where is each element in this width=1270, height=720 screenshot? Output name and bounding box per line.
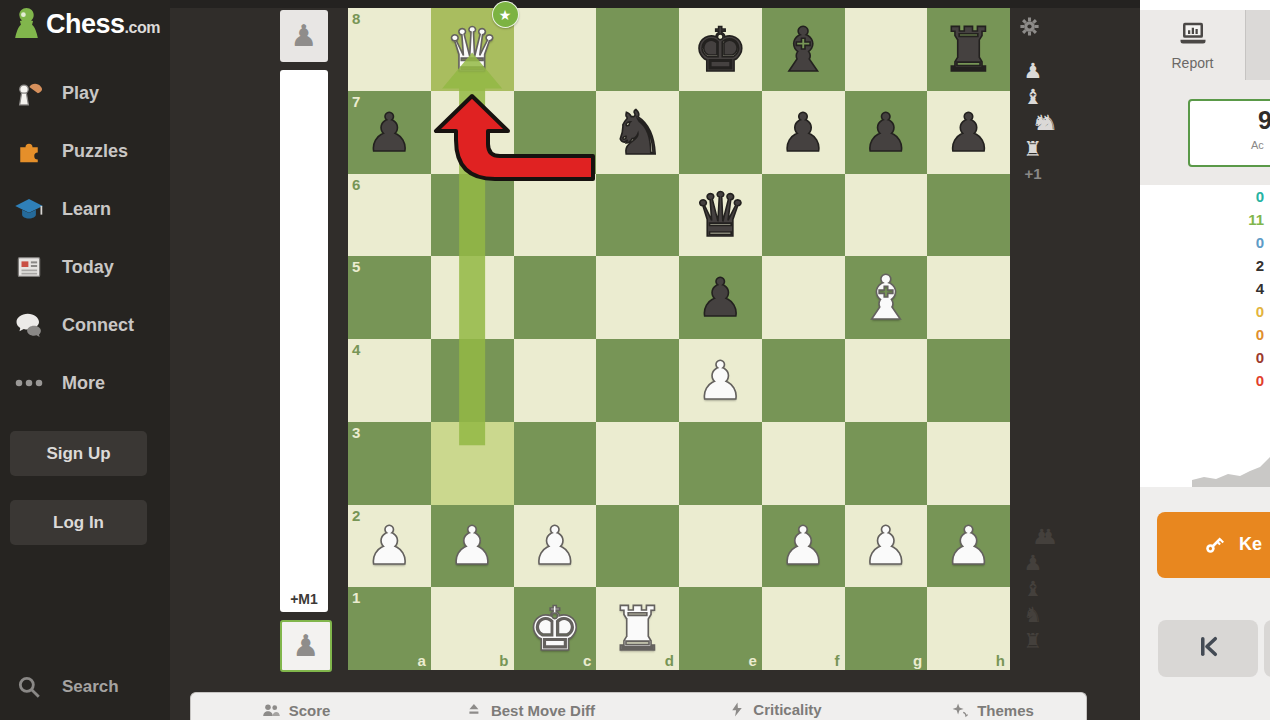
captured-pawn-icon: ♟ xyxy=(1012,58,1054,84)
white-pawn-b2: ♟ xyxy=(448,519,496,572)
black-queen-e6: ♛ xyxy=(693,184,748,245)
square-a7[interactable]: 7♟ xyxy=(348,91,431,174)
evaluation-bar: +M1 xyxy=(280,70,328,612)
sidebar: Chess.com PlayPuzzlesLearnTodayConnectMo… xyxy=(0,0,170,720)
sidebar-item-label: Connect xyxy=(62,315,134,336)
square-a4[interactable]: 4 xyxy=(348,339,431,422)
black-pawn-f7: ♟ xyxy=(779,106,827,159)
square-f4[interactable] xyxy=(762,339,845,422)
square-f3[interactable] xyxy=(762,422,845,505)
key-icon xyxy=(1203,533,1226,560)
square-f2[interactable]: ♟ xyxy=(762,505,845,588)
captured-knight-icon: ♞ xyxy=(1012,602,1054,628)
white-bishop-g5: ♝ xyxy=(859,267,914,328)
black-pawn-a7: ♟ xyxy=(366,106,414,159)
logo-text: Chess.com xyxy=(46,9,160,40)
play-icon xyxy=(13,77,45,109)
black-pawn-e5: ♟ xyxy=(697,271,745,324)
square-e8[interactable]: ♚ xyxy=(679,8,762,91)
file-label: h xyxy=(996,652,1005,669)
white-pawn-h2: ♟ xyxy=(945,519,993,572)
criticality-icon xyxy=(728,701,745,718)
square-c5[interactable] xyxy=(514,256,597,339)
black-pawn-h7: ♟ xyxy=(945,106,993,159)
top-player-box[interactable]: ♟ xyxy=(280,10,328,62)
square-e7[interactable] xyxy=(679,91,762,174)
tab-report[interactable]: Report xyxy=(1140,10,1245,80)
square-c1[interactable]: c♚ xyxy=(514,587,597,670)
classification-count-4: 4 xyxy=(1248,277,1264,300)
captured-pawn-icon: ♟ xyxy=(1012,550,1054,576)
white-pawn-c2: ♟ xyxy=(531,519,579,572)
themes-icon xyxy=(950,701,969,720)
square-d3[interactable] xyxy=(596,422,679,505)
puzzles-icon xyxy=(13,135,45,167)
square-b5[interactable] xyxy=(431,256,514,339)
square-h7[interactable]: ♟ xyxy=(927,91,1010,174)
square-d6[interactable] xyxy=(596,174,679,257)
square-f1[interactable]: f xyxy=(762,587,845,670)
white-pawn-g2: ♟ xyxy=(862,519,910,572)
square-f8[interactable]: ♝ xyxy=(762,8,845,91)
cta-label: Ke xyxy=(1239,534,1262,555)
sign-up-button[interactable]: Sign Up xyxy=(10,431,147,476)
black-knight-d7: ♞ xyxy=(610,102,665,163)
square-d1[interactable]: d♜ xyxy=(596,587,679,670)
captured-rook-icon: ♜ xyxy=(1012,136,1054,162)
classification-count-2: 0 xyxy=(1248,231,1264,254)
sidebar-menu: PlayPuzzlesLearnTodayConnectMore xyxy=(0,64,170,412)
square-e4[interactable]: ♟ xyxy=(679,339,762,422)
square-g7[interactable]: ♟ xyxy=(845,91,928,174)
report-tab-label: Report xyxy=(1171,55,1213,71)
square-b6[interactable] xyxy=(431,174,514,257)
chesscom-logo[interactable]: Chess.com xyxy=(10,8,160,40)
rank-label: 8 xyxy=(352,10,360,27)
logo-pawn-icon xyxy=(10,8,42,40)
square-b1[interactable]: b xyxy=(431,587,514,670)
settings-gear-icon[interactable] xyxy=(1018,15,1042,39)
analysis-bottom-bar: ScoreBest Move DiffCriticalityThemes xyxy=(190,692,1087,720)
rank-label: 3 xyxy=(352,424,360,441)
material-advantage: +1 xyxy=(1012,165,1054,182)
white-rook-d1: ♜ xyxy=(610,598,665,659)
captured-pieces-bottom-tray: ♟♟♟♝♞♜ xyxy=(1012,524,1054,654)
chesscom-analysis-screen: Chess.com PlayPuzzlesLearnTodayConnectMo… xyxy=(0,0,1270,720)
sidebar-item-connect[interactable]: Connect xyxy=(0,296,170,354)
square-g6[interactable] xyxy=(845,174,928,257)
more-icon xyxy=(13,367,45,399)
captured-pieces-top-tray: ♟♝♞♞♜+1 xyxy=(1012,58,1054,182)
top-strip xyxy=(170,0,1140,8)
square-g5[interactable]: ♝ xyxy=(845,256,928,339)
sidebar-item-puzzles[interactable]: Puzzles xyxy=(0,122,170,180)
best-move-star-badge: ★ xyxy=(492,1,519,28)
square-a6[interactable]: 6 xyxy=(348,174,431,257)
square-a5[interactable]: 5 xyxy=(348,256,431,339)
square-c4[interactable] xyxy=(514,339,597,422)
sidebar-item-help[interactable]: ?Help xyxy=(0,710,170,720)
learn-icon xyxy=(13,193,45,225)
sidebar-item-search[interactable]: Search xyxy=(0,664,170,710)
tab-next-partial[interactable] xyxy=(1245,10,1270,80)
sidebar-item-label: Search xyxy=(62,677,119,697)
white-pawn-f2: ♟ xyxy=(779,519,827,572)
rank-label: 5 xyxy=(352,258,360,275)
captured-knight-pair-icon: ♞♞ xyxy=(1012,110,1066,136)
square-g2[interactable]: ♟ xyxy=(845,505,928,588)
sidebar-item-label: Learn xyxy=(62,199,111,220)
skip-to-start-icon xyxy=(1196,634,1221,663)
captured-pawn-pair-icon: ♟♟ xyxy=(1012,524,1066,550)
accuracy-card: 9 Ac xyxy=(1188,99,1270,167)
skip-to-start-button[interactable] xyxy=(1158,620,1258,677)
bottom-bar-score[interactable]: Score xyxy=(262,701,331,720)
accuracy-value: 9 xyxy=(1258,106,1270,135)
classification-count-8: 0 xyxy=(1248,369,1264,392)
classification-count-3: 2 xyxy=(1248,254,1264,277)
file-label: a xyxy=(417,652,425,669)
sidebar-item-label: Puzzles xyxy=(62,141,128,162)
bottom-player-pawn-icon: ♟ xyxy=(293,631,320,661)
white-king-c1: ♚ xyxy=(528,598,583,659)
square-h8[interactable]: ♜ xyxy=(927,8,1010,91)
best-move-diff-icon xyxy=(465,701,483,719)
classification-count-6: 0 xyxy=(1248,323,1264,346)
square-b4[interactable] xyxy=(431,339,514,422)
square-c7[interactable] xyxy=(514,91,597,174)
square-g3[interactable] xyxy=(845,422,928,505)
sidebar-item-more[interactable]: More xyxy=(0,354,170,412)
report-chart-icon xyxy=(1178,19,1208,53)
black-king-e8: ♚ xyxy=(693,19,748,80)
square-f7[interactable]: ♟ xyxy=(762,91,845,174)
square-e3[interactable] xyxy=(679,422,762,505)
black-pawn-g7: ♟ xyxy=(862,106,910,159)
square-c8[interactable] xyxy=(514,8,597,91)
chess-board: 8♛★♚♝♜7♟♞♟♟♟6♛5♟♝4♟32♟♟♟♟♟♟1abc♚d♜efgh xyxy=(348,8,1010,670)
square-e5[interactable]: ♟ xyxy=(679,256,762,339)
square-d5[interactable] xyxy=(596,256,679,339)
sidebar-item-today[interactable]: Today xyxy=(0,238,170,296)
square-a3[interactable]: 3 xyxy=(348,422,431,505)
file-label: e xyxy=(748,652,756,669)
rank-label: 6 xyxy=(352,176,360,193)
eval-graph-area xyxy=(1192,457,1270,487)
square-f6[interactable] xyxy=(762,174,845,257)
sidebar-item-learn[interactable]: Learn xyxy=(0,180,170,238)
accuracy-label: Ac xyxy=(1251,139,1264,151)
today-icon xyxy=(13,251,45,283)
top-player-pawn-icon: ♟ xyxy=(291,21,318,51)
bottom-bar-label: Score xyxy=(289,702,331,719)
black-bishop-f8: ♝ xyxy=(776,19,831,80)
step-back-button-partial[interactable] xyxy=(1264,620,1270,677)
classification-count-5: 0 xyxy=(1248,300,1264,323)
square-g4[interactable] xyxy=(845,339,928,422)
captured-bishop-icon: ♝ xyxy=(1012,576,1054,602)
classification-count-0: 0 xyxy=(1248,185,1264,208)
sidebar-item-label: Play xyxy=(62,83,99,104)
rank-label: 4 xyxy=(352,341,360,358)
log-in-button[interactable]: Log In xyxy=(10,500,147,545)
square-d8[interactable] xyxy=(596,8,679,91)
square-h5[interactable] xyxy=(927,256,1010,339)
square-g1[interactable]: g xyxy=(845,587,928,670)
square-e2[interactable] xyxy=(679,505,762,588)
square-h4[interactable] xyxy=(927,339,1010,422)
square-e1[interactable]: e xyxy=(679,587,762,670)
square-a8[interactable]: 8 xyxy=(348,8,431,91)
evaluation-score: +M1 xyxy=(280,591,328,607)
sidebar-item-label: More xyxy=(62,373,105,394)
square-g8[interactable] xyxy=(845,8,928,91)
square-d4[interactable] xyxy=(596,339,679,422)
sidebar-footer: Search?Help xyxy=(0,664,170,720)
white-pawn-e4: ♟ xyxy=(697,354,745,407)
square-a1[interactable]: 1a xyxy=(348,587,431,670)
square-d2[interactable] xyxy=(596,505,679,588)
square-d7[interactable]: ♞ xyxy=(596,91,679,174)
report-panel: Report 9 Ac 0110240000 Ke xyxy=(1140,0,1270,720)
rank-label: 1 xyxy=(352,589,360,606)
square-b3[interactable] xyxy=(431,422,514,505)
bottom-bar-label: Themes xyxy=(977,702,1034,719)
square-h6[interactable] xyxy=(927,174,1010,257)
connect-icon xyxy=(13,309,45,341)
rank-label: 7 xyxy=(352,93,360,110)
score-icon xyxy=(262,701,281,720)
square-e6[interactable]: ♛ xyxy=(679,174,762,257)
move-classification-list: 0110240000 xyxy=(1248,185,1264,392)
black-rook-h8: ♜ xyxy=(941,19,996,80)
bottom-bar-label: Criticality xyxy=(753,701,821,718)
captured-rook-icon: ♜ xyxy=(1012,628,1054,654)
search-icon xyxy=(13,671,45,703)
white-pawn-a2: ♟ xyxy=(366,519,414,572)
bottom-bar-themes[interactable]: Themes xyxy=(950,701,1034,720)
square-h1[interactable]: h xyxy=(927,587,1010,670)
classification-count-7: 0 xyxy=(1248,346,1264,369)
bottom-bar-criticality[interactable]: Criticality xyxy=(728,701,821,718)
square-c2[interactable]: ♟ xyxy=(514,505,597,588)
sidebar-item-play[interactable]: Play xyxy=(0,64,170,122)
square-b2[interactable]: ♟ xyxy=(431,505,514,588)
bottom-player-box[interactable]: ♟ xyxy=(280,620,332,672)
evaluation-graph[interactable] xyxy=(1140,430,1270,487)
file-label: d xyxy=(665,652,674,669)
file-label: b xyxy=(499,652,508,669)
square-b8[interactable]: ♛★ xyxy=(431,8,514,91)
file-label: c xyxy=(583,652,591,669)
square-c3[interactable] xyxy=(514,422,597,505)
white-queen-b8: ♛ xyxy=(445,19,500,80)
square-a2[interactable]: 2♟ xyxy=(348,505,431,588)
file-label: f xyxy=(835,652,840,669)
square-b7[interactable] xyxy=(431,91,514,174)
rank-label: 2 xyxy=(352,507,360,524)
square-h2[interactable]: ♟ xyxy=(927,505,1010,588)
report-tab-bar: Report xyxy=(1140,10,1270,80)
square-f5[interactable] xyxy=(762,256,845,339)
bottom-bar-best-move-diff[interactable]: Best Move Diff xyxy=(465,701,595,719)
square-c6[interactable] xyxy=(514,174,597,257)
file-label: g xyxy=(913,652,922,669)
captured-bishop-icon: ♝ xyxy=(1012,84,1054,110)
key-cta-button[interactable]: Ke xyxy=(1157,512,1270,578)
bottom-bar-label: Best Move Diff xyxy=(491,702,595,719)
square-h3[interactable] xyxy=(927,422,1010,505)
sidebar-item-label: Today xyxy=(62,257,114,278)
classification-count-1: 11 xyxy=(1248,208,1264,231)
